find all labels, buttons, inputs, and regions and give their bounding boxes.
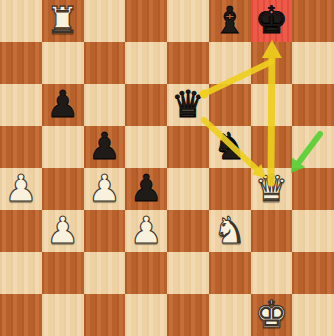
square-b5[interactable] [42, 126, 84, 168]
square-f5[interactable]: ♞ [209, 126, 251, 168]
square-f6[interactable] [209, 84, 251, 126]
square-a4[interactable]: ♟ [0, 168, 42, 210]
square-d5[interactable] [125, 126, 167, 168]
square-h1[interactable] [292, 294, 334, 336]
square-d2[interactable] [125, 252, 167, 294]
square-b8[interactable]: ♜ [42, 0, 84, 42]
square-a7[interactable] [0, 42, 42, 84]
piece-black-knight[interactable]: ♞ [209, 126, 251, 168]
piece-white-rook[interactable]: ♜ [42, 0, 84, 42]
square-c1[interactable] [84, 294, 126, 336]
square-g8[interactable]: ♚ [251, 0, 293, 42]
square-g5[interactable] [251, 126, 293, 168]
piece-black-pawn[interactable]: ♟ [125, 168, 167, 210]
square-d6[interactable] [125, 84, 167, 126]
square-e1[interactable] [167, 294, 209, 336]
piece-black-pawn[interactable]: ♟ [84, 126, 126, 168]
square-g6[interactable] [251, 84, 293, 126]
square-a2[interactable] [0, 252, 42, 294]
square-b1[interactable] [42, 294, 84, 336]
square-c3[interactable] [84, 210, 126, 252]
square-g4[interactable]: ♛ [251, 168, 293, 210]
piece-white-pawn[interactable]: ♟ [0, 168, 42, 210]
square-g1[interactable]: ♚ [251, 294, 293, 336]
square-a1[interactable] [0, 294, 42, 336]
square-g2[interactable] [251, 252, 293, 294]
square-a5[interactable] [0, 126, 42, 168]
square-c6[interactable] [84, 84, 126, 126]
square-h6[interactable] [292, 84, 334, 126]
square-h5[interactable] [292, 126, 334, 168]
piece-black-king[interactable]: ♚ [251, 0, 293, 42]
square-e5[interactable] [167, 126, 209, 168]
square-f7[interactable] [209, 42, 251, 84]
square-c8[interactable] [84, 0, 126, 42]
piece-black-bishop[interactable]: ♝ [209, 0, 251, 42]
square-a3[interactable] [0, 210, 42, 252]
square-b4[interactable] [42, 168, 84, 210]
square-f3[interactable]: ♞ [209, 210, 251, 252]
square-d7[interactable] [125, 42, 167, 84]
square-b2[interactable] [42, 252, 84, 294]
square-b7[interactable] [42, 42, 84, 84]
square-e3[interactable] [167, 210, 209, 252]
square-c4[interactable]: ♟ [84, 168, 126, 210]
chess-app-window: ♜♝♚♟♛♟♞♟♟♟♛♟♟♞♚ [0, 0, 334, 336]
square-g3[interactable] [251, 210, 293, 252]
square-e6[interactable]: ♛ [167, 84, 209, 126]
square-h3[interactable] [292, 210, 334, 252]
square-a8[interactable] [0, 0, 42, 42]
piece-white-queen[interactable]: ♛ [251, 168, 293, 210]
piece-white-pawn[interactable]: ♟ [125, 210, 167, 252]
square-f8[interactable]: ♝ [209, 0, 251, 42]
square-a6[interactable] [0, 84, 42, 126]
piece-white-pawn[interactable]: ♟ [84, 168, 126, 210]
square-h7[interactable] [292, 42, 334, 84]
square-f2[interactable] [209, 252, 251, 294]
square-b6[interactable]: ♟ [42, 84, 84, 126]
square-f1[interactable] [209, 294, 251, 336]
piece-black-pawn[interactable]: ♟ [42, 84, 84, 126]
square-d8[interactable] [125, 0, 167, 42]
square-h8[interactable] [292, 0, 334, 42]
square-c2[interactable] [84, 252, 126, 294]
square-h4[interactable] [292, 168, 334, 210]
square-f4[interactable] [209, 168, 251, 210]
square-d3[interactable]: ♟ [125, 210, 167, 252]
square-g7[interactable] [251, 42, 293, 84]
square-e2[interactable] [167, 252, 209, 294]
square-b3[interactable]: ♟ [42, 210, 84, 252]
square-c7[interactable] [84, 42, 126, 84]
piece-white-knight[interactable]: ♞ [209, 210, 251, 252]
piece-black-queen[interactable]: ♛ [167, 84, 209, 126]
square-e4[interactable] [167, 168, 209, 210]
square-d4[interactable]: ♟ [125, 168, 167, 210]
chess-board: ♜♝♚♟♛♟♞♟♟♟♛♟♟♞♚ [0, 0, 334, 336]
square-h2[interactable] [292, 252, 334, 294]
piece-white-king[interactable]: ♚ [251, 294, 293, 336]
piece-white-pawn[interactable]: ♟ [42, 210, 84, 252]
square-e8[interactable] [167, 0, 209, 42]
square-e7[interactable] [167, 42, 209, 84]
square-d1[interactable] [125, 294, 167, 336]
square-c5[interactable]: ♟ [84, 126, 126, 168]
